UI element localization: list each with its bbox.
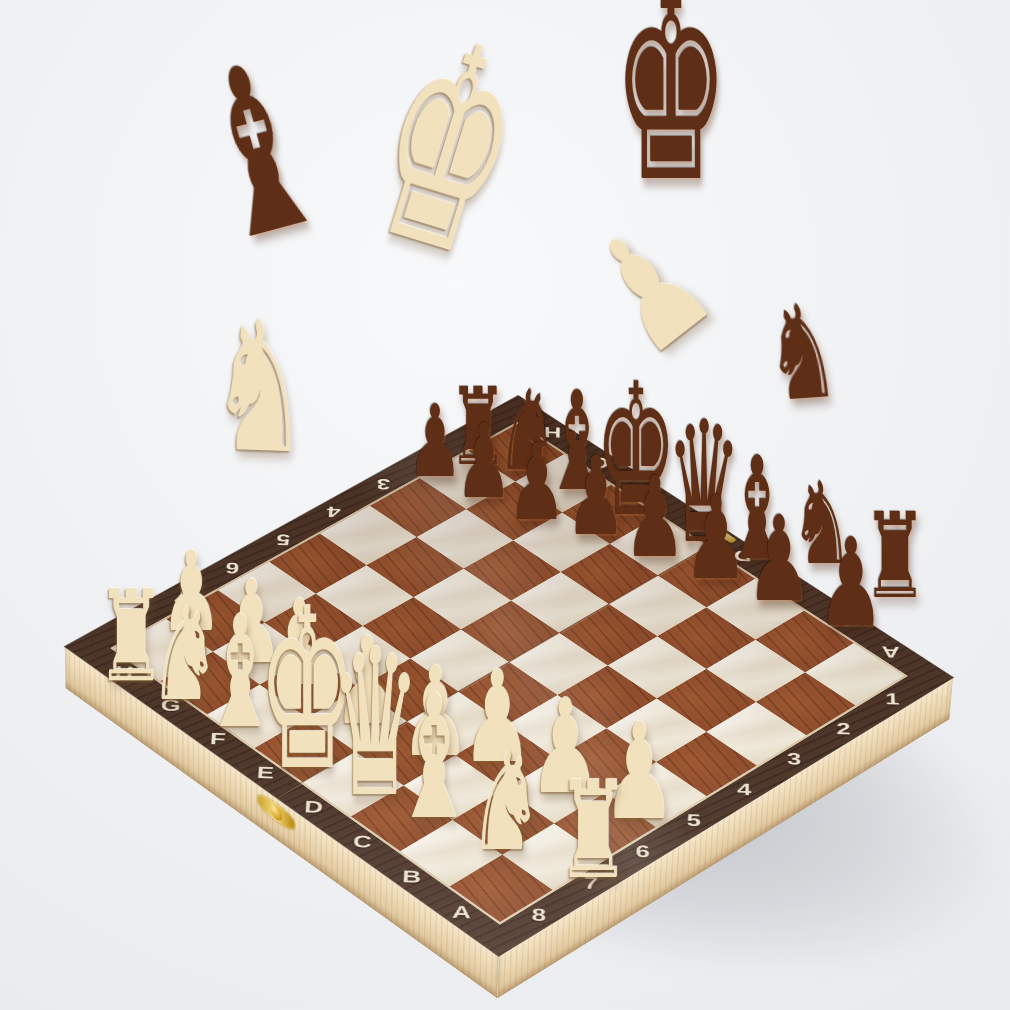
piece-dark-pawn-b2[interactable]: ♟ — [746, 500, 812, 618]
piece-dark-pawn-f2[interactable]: ♟ — [508, 430, 567, 536]
piece-dark-pawn-d2[interactable]: ♟ — [624, 461, 686, 573]
piece-dark-pawn-c2[interactable]: ♟ — [684, 481, 748, 596]
piece-dark-pawn-e2[interactable]: ♟ — [566, 442, 627, 551]
piece-dark-pawn-g2[interactable]: ♟ — [455, 410, 512, 513]
floating-dark-king: ♚ — [613, 0, 730, 218]
piece-light-rook-a8[interactable]: ♜ — [556, 764, 630, 898]
floating-light-knight: ♞ — [207, 296, 313, 479]
pieces-layer: ♜♞♝♚♛♝♞♜♟♟♟♟♟♟♟♟♜♞♝♚♛♝♞♜♟♟♟♟♟♟♟♟♝♚♚♟♞♞ — [0, 0, 1010, 1010]
floating-dark-bishop: ♝ — [173, 26, 342, 278]
piece-light-bishop-c8[interactable]: ♝ — [392, 672, 477, 844]
piece-light-knight-b8[interactable]: ♞ — [468, 734, 544, 870]
product-photo-scene: HH88GG77FF66EE55DD44CC33BB22AA11 ♜♞♝♚♛♝♞… — [0, 0, 1010, 1010]
floating-dark-knight: ♞ — [761, 286, 842, 421]
floating-light-king: ♚ — [347, 0, 549, 300]
piece-dark-pawn-a2[interactable]: ♟ — [817, 522, 885, 644]
